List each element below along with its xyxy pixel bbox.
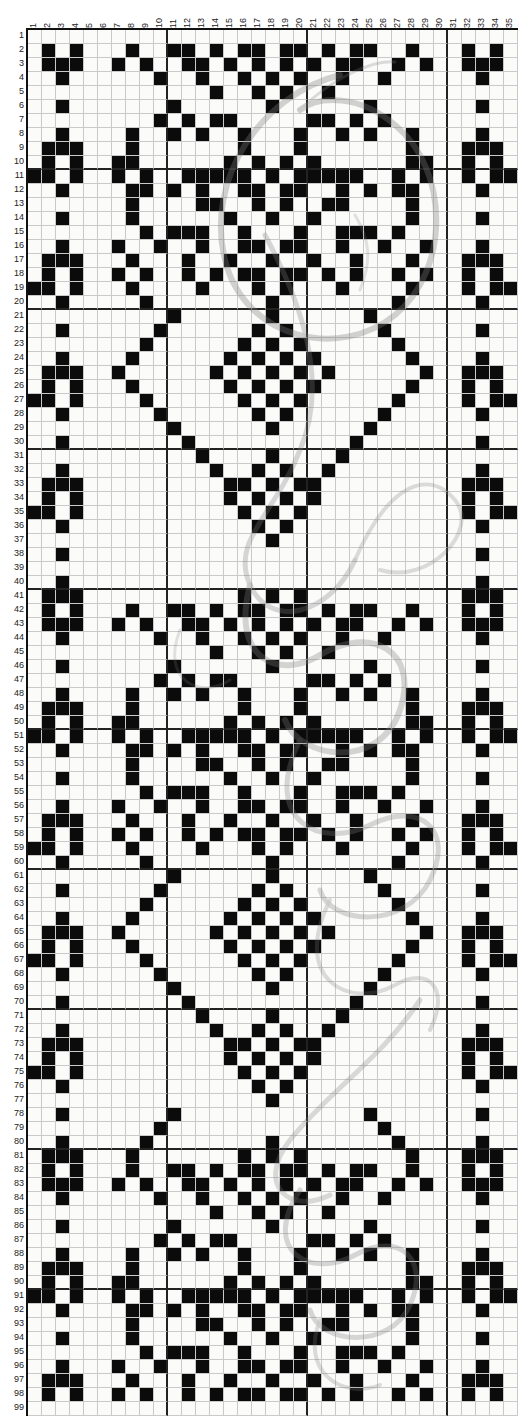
filled-stitch-cell [266,170,280,184]
empty-grid-cell [462,1108,476,1122]
empty-grid-cell [448,72,462,86]
empty-grid-cell [448,1262,462,1276]
empty-grid-cell [210,1332,224,1346]
empty-grid-cell [154,128,168,142]
empty-grid-cell [112,226,126,240]
empty-grid-cell [112,772,126,786]
empty-grid-cell [154,772,168,786]
col-label: 25 [362,0,376,28]
empty-grid-cell [378,492,392,506]
empty-grid-cell [182,744,196,758]
empty-grid-cell [336,982,350,996]
empty-grid-cell [322,1304,336,1318]
empty-grid-cell [154,996,168,1010]
empty-grid-cell [56,1402,70,1416]
filled-stitch-cell [294,170,308,184]
empty-grid-cell [238,940,252,954]
empty-grid-cell [476,674,490,688]
empty-grid-cell [490,324,504,338]
empty-grid-cell [84,1052,98,1066]
filled-stitch-cell [42,730,56,744]
filled-stitch-cell [196,72,210,86]
empty-grid-cell [392,366,406,380]
filled-stitch-cell [294,604,308,618]
empty-grid-cell [196,520,210,534]
empty-grid-cell [434,1360,448,1374]
empty-grid-cell [336,268,350,282]
empty-grid-cell [322,548,336,562]
empty-grid-cell [434,1164,448,1178]
filled-stitch-cell [294,240,308,254]
empty-grid-cell [266,968,280,982]
empty-grid-cell [504,240,518,254]
empty-grid-cell [322,940,336,954]
empty-grid-cell [490,1192,504,1206]
empty-grid-cell [266,1052,280,1066]
empty-grid-cell [56,870,70,884]
empty-grid-cell [280,100,294,114]
empty-grid-cell [28,1010,42,1024]
filled-stitch-cell [140,1136,154,1150]
empty-grid-cell [182,772,196,786]
empty-grid-cell [168,968,182,982]
empty-grid-cell [196,1234,210,1248]
empty-grid-cell [224,1402,238,1416]
empty-grid-cell [140,884,154,898]
empty-grid-cell [504,604,518,618]
filled-stitch-cell [280,464,294,478]
row-label: 40 [0,574,26,588]
filled-stitch-cell [70,170,84,184]
empty-grid-cell [392,716,406,730]
empty-grid-cell [280,296,294,310]
filled-stitch-cell [462,254,476,268]
empty-grid-cell [210,184,224,198]
empty-grid-cell [182,1052,196,1066]
empty-grid-cell [434,772,448,786]
empty-grid-cell [168,1122,182,1136]
empty-grid-cell [434,352,448,366]
empty-grid-cell [322,1038,336,1052]
empty-grid-cell [350,100,364,114]
empty-grid-cell [140,198,154,212]
empty-grid-cell [462,870,476,884]
filled-stitch-cell [462,1262,476,1276]
empty-grid-cell [70,1010,84,1024]
empty-grid-cell [126,1010,140,1024]
empty-grid-cell [70,646,84,660]
filled-stitch-cell [308,212,322,226]
empty-grid-cell [504,408,518,422]
row-label: 53 [0,756,26,770]
empty-grid-cell [154,604,168,618]
filled-stitch-cell [476,1262,490,1276]
empty-grid-cell [406,1178,420,1192]
filled-stitch-cell [350,44,364,58]
empty-grid-cell [42,1248,56,1262]
empty-grid-cell [70,1318,84,1332]
empty-grid-cell [154,1136,168,1150]
filled-stitch-cell [406,772,420,786]
empty-grid-cell [476,268,490,282]
empty-grid-cell [336,44,350,58]
empty-grid-cell [182,590,196,604]
empty-grid-cell [476,716,490,730]
empty-grid-cell [462,310,476,324]
filled-stitch-cell [406,128,420,142]
empty-grid-cell [126,800,140,814]
empty-grid-cell [98,1360,112,1374]
empty-grid-cell [84,590,98,604]
empty-grid-cell [504,268,518,282]
filled-stitch-cell [280,716,294,730]
empty-grid-cell [182,534,196,548]
empty-grid-cell [224,534,238,548]
empty-grid-cell [182,1262,196,1276]
filled-stitch-cell [168,744,182,758]
empty-grid-cell [280,506,294,520]
empty-grid-cell [462,996,476,1010]
empty-grid-cell [28,1332,42,1346]
empty-grid-cell [322,688,336,702]
empty-grid-cell [196,44,210,58]
empty-grid-cell [308,1094,322,1108]
empty-grid-cell [70,128,84,142]
empty-grid-cell [112,30,126,44]
filled-stitch-cell [238,1038,252,1052]
filled-stitch-cell [182,226,196,240]
empty-grid-cell [154,184,168,198]
empty-grid-cell [350,1150,364,1164]
empty-grid-cell [322,1192,336,1206]
empty-grid-cell [266,282,280,296]
filled-stitch-cell [252,842,266,856]
empty-grid-cell [224,1094,238,1108]
empty-grid-cell [350,1052,364,1066]
filled-stitch-cell [28,506,42,520]
empty-grid-cell [336,324,350,338]
filled-stitch-cell [182,170,196,184]
empty-grid-cell [420,1234,434,1248]
empty-grid-cell [168,842,182,856]
empty-grid-cell [392,1108,406,1122]
empty-grid-cell [112,744,126,758]
empty-grid-cell [406,1122,420,1136]
empty-grid-cell [406,898,420,912]
filled-stitch-cell [154,72,168,86]
empty-grid-cell [28,212,42,226]
filled-stitch-cell [42,254,56,268]
filled-stitch-cell [392,618,406,632]
filled-stitch-cell [126,758,140,772]
empty-grid-cell [168,450,182,464]
filled-stitch-cell [182,44,196,58]
filled-stitch-cell [294,72,308,86]
empty-grid-cell [168,1024,182,1038]
empty-grid-cell [126,870,140,884]
empty-grid-cell [140,562,154,576]
empty-grid-cell [476,198,490,212]
filled-stitch-cell [280,758,294,772]
filled-stitch-cell [224,618,238,632]
empty-grid-cell [196,562,210,576]
empty-grid-cell [448,394,462,408]
filled-stitch-cell [210,464,224,478]
empty-grid-cell [126,464,140,478]
filled-stitch-cell [308,1374,322,1388]
filled-stitch-cell [476,1080,490,1094]
empty-grid-cell [168,1318,182,1332]
empty-grid-cell [28,114,42,128]
empty-grid-cell [42,100,56,114]
empty-grid-cell [196,114,210,128]
empty-grid-cell [322,1374,336,1388]
empty-grid-cell [140,534,154,548]
empty-grid-cell [266,380,280,394]
filled-stitch-cell [364,604,378,618]
empty-grid-cell [42,968,56,982]
empty-grid-cell [434,1402,448,1416]
filled-stitch-cell [336,800,350,814]
row-label: 19 [0,280,26,294]
empty-grid-cell [252,1248,266,1262]
empty-grid-cell [84,422,98,436]
empty-grid-cell [490,1220,504,1234]
filled-stitch-cell [70,1276,84,1290]
empty-grid-cell [84,632,98,646]
empty-grid-cell [252,226,266,240]
filled-stitch-cell [462,954,476,968]
filled-stitch-cell [476,1038,490,1052]
empty-grid-cell [126,492,140,506]
empty-grid-cell [42,450,56,464]
empty-grid-cell [210,884,224,898]
empty-grid-cell [140,30,154,44]
empty-grid-cell [182,450,196,464]
filled-stitch-cell [238,786,252,800]
row-label: 31 [0,448,26,462]
empty-grid-cell [266,268,280,282]
empty-grid-cell [294,716,308,730]
empty-grid-cell [84,520,98,534]
empty-grid-cell [462,1206,476,1220]
filled-stitch-cell [196,786,210,800]
empty-grid-cell [448,786,462,800]
empty-grid-cell [280,1108,294,1122]
empty-grid-cell [308,296,322,310]
empty-grid-cell [294,1010,308,1024]
empty-grid-cell [182,366,196,380]
empty-grid-cell [168,1276,182,1290]
empty-grid-cell [238,772,252,786]
empty-grid-cell [84,464,98,478]
empty-grid-cell [448,1304,462,1318]
empty-grid-cell [98,422,112,436]
empty-grid-cell [462,114,476,128]
filled-stitch-cell [224,212,238,226]
empty-grid-cell [364,394,378,408]
empty-grid-cell [434,814,448,828]
empty-grid-cell [140,422,154,436]
empty-grid-cell [364,506,378,520]
empty-grid-cell [308,702,322,716]
filled-stitch-cell [294,1038,308,1052]
empty-grid-cell [420,352,434,366]
empty-grid-cell [154,366,168,380]
empty-grid-cell [224,450,238,464]
empty-grid-cell [210,422,224,436]
empty-grid-cell [504,520,518,534]
empty-grid-cell [168,156,182,170]
empty-grid-cell [434,674,448,688]
empty-grid-cell [378,184,392,198]
empty-grid-cell [84,1402,98,1416]
empty-grid-cell [126,534,140,548]
empty-grid-cell [322,282,336,296]
empty-grid-cell [420,422,434,436]
empty-grid-cell [98,240,112,254]
empty-grid-cell [350,660,364,674]
empty-grid-cell [322,380,336,394]
empty-grid-cell [168,646,182,660]
filled-stitch-cell [490,170,504,184]
empty-grid-cell [112,128,126,142]
empty-grid-cell [238,324,252,338]
empty-grid-cell [266,184,280,198]
empty-grid-cell [84,758,98,772]
row-label: 4 [0,70,26,84]
empty-grid-cell [462,1010,476,1024]
filled-stitch-cell [336,1346,350,1360]
empty-grid-cell [308,310,322,324]
empty-grid-cell [28,1038,42,1052]
filled-stitch-cell [364,786,378,800]
empty-grid-cell [406,786,420,800]
empty-grid-cell [406,100,420,114]
filled-stitch-cell [294,338,308,352]
empty-grid-cell [448,940,462,954]
empty-grid-cell [98,44,112,58]
empty-grid-cell [98,128,112,142]
filled-stitch-cell [252,492,266,506]
filled-stitch-cell [42,142,56,156]
empty-grid-cell [462,184,476,198]
empty-grid-cell [42,72,56,86]
empty-grid-cell [112,1066,126,1080]
empty-grid-cell [406,954,420,968]
filled-stitch-cell [56,1332,70,1346]
filled-stitch-cell [252,156,266,170]
empty-grid-cell [490,310,504,324]
empty-grid-cell [56,646,70,660]
empty-grid-cell [504,184,518,198]
empty-grid-cell [56,86,70,100]
filled-stitch-cell [70,618,84,632]
row-label: 60 [0,854,26,868]
row-label: 68 [0,966,26,980]
empty-grid-cell [126,576,140,590]
empty-grid-cell [266,716,280,730]
empty-grid-cell [238,856,252,870]
empty-grid-cell [210,548,224,562]
empty-grid-cell [98,1234,112,1248]
empty-grid-cell [434,1262,448,1276]
empty-grid-cell [350,352,364,366]
filled-stitch-cell [238,898,252,912]
empty-grid-cell [140,44,154,58]
filled-stitch-cell [294,786,308,800]
filled-stitch-cell [308,58,322,72]
empty-grid-cell [154,870,168,884]
empty-grid-cell [84,492,98,506]
row-label: 62 [0,882,26,896]
empty-grid-cell [322,1360,336,1374]
empty-grid-cell [196,1262,210,1276]
filled-stitch-cell [140,58,154,72]
empty-grid-cell [224,1108,238,1122]
empty-grid-cell [350,1038,364,1052]
empty-grid-cell [490,982,504,996]
empty-grid-cell [448,870,462,884]
empty-grid-cell [504,660,518,674]
empty-grid-cell [448,1388,462,1402]
empty-grid-cell [98,1220,112,1234]
filled-stitch-cell [350,268,364,282]
empty-grid-cell [98,114,112,128]
empty-grid-cell [392,912,406,926]
empty-grid-cell [70,450,84,464]
filled-stitch-cell [252,1024,266,1038]
empty-grid-cell [168,1234,182,1248]
empty-grid-cell [182,1108,196,1122]
empty-grid-cell [224,520,238,534]
empty-grid-cell [168,912,182,926]
filled-stitch-cell [392,730,406,744]
empty-grid-cell [504,366,518,380]
empty-grid-cell [392,604,406,618]
filled-stitch-cell [476,968,490,982]
empty-grid-cell [154,702,168,716]
empty-grid-cell [378,198,392,212]
empty-grid-cell [420,1108,434,1122]
empty-grid-cell [224,800,238,814]
empty-grid-cell [308,1010,322,1024]
empty-grid-cell [308,646,322,660]
filled-stitch-cell [238,1262,252,1276]
empty-grid-cell [112,702,126,716]
empty-grid-cell [378,1164,392,1178]
empty-grid-cell [28,156,42,170]
empty-grid-cell [126,1024,140,1038]
empty-grid-cell [322,520,336,534]
filled-stitch-cell [336,184,350,198]
empty-grid-cell [336,338,350,352]
empty-grid-cell [448,492,462,506]
empty-grid-cell [84,1010,98,1024]
empty-grid-cell [112,870,126,884]
empty-grid-cell [84,968,98,982]
empty-grid-cell [98,982,112,996]
filled-stitch-cell [42,1164,56,1178]
empty-grid-cell [448,142,462,156]
filled-stitch-cell [238,1360,252,1374]
filled-stitch-cell [490,58,504,72]
filled-stitch-cell [56,240,70,254]
filled-stitch-cell [28,282,42,296]
empty-grid-cell [322,954,336,968]
empty-grid-cell [28,548,42,562]
empty-grid-cell [266,688,280,702]
